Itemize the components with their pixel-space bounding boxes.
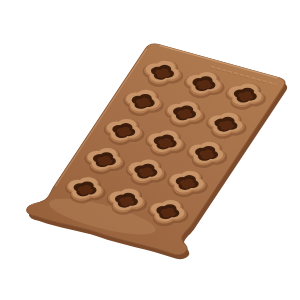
product-photo bbox=[0, 0, 300, 300]
chocolate-mold-illustration bbox=[0, 0, 300, 300]
chocolate-mold-tray bbox=[24, 39, 298, 257]
